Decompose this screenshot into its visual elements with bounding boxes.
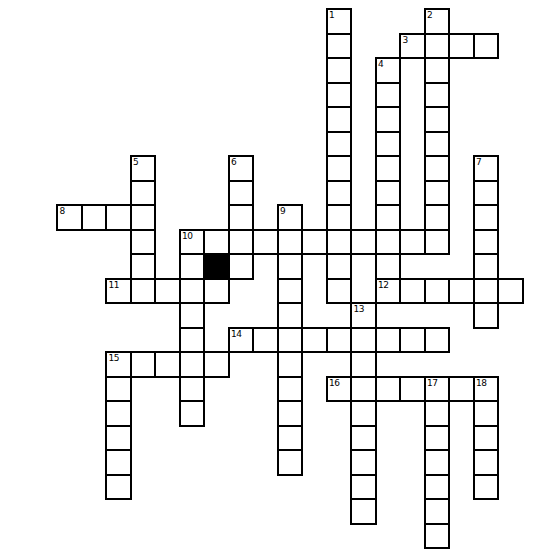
cell[interactable] [130, 253, 157, 280]
cell[interactable] [424, 400, 451, 427]
cell[interactable] [424, 57, 451, 84]
clue-number: 3 [403, 35, 408, 46]
cell[interactable] [130, 351, 157, 378]
clue-number: 16 [329, 378, 339, 389]
cell[interactable] [350, 425, 377, 452]
cell[interactable] [473, 400, 500, 427]
cell[interactable]: 6 [228, 155, 255, 182]
clue-number: 17 [427, 378, 437, 389]
cell[interactable] [350, 229, 377, 256]
cell[interactable]: 9 [277, 204, 304, 231]
cell[interactable] [179, 327, 206, 354]
cell[interactable] [203, 278, 230, 305]
cell[interactable] [326, 253, 353, 280]
cell[interactable] [424, 449, 451, 476]
cell[interactable] [350, 351, 377, 378]
cell[interactable] [375, 106, 402, 133]
cell[interactable] [277, 302, 304, 329]
clue-number: 14 [231, 329, 241, 340]
cell[interactable] [375, 155, 402, 182]
cell[interactable] [448, 33, 475, 60]
cell[interactable] [424, 425, 451, 452]
cell[interactable] [399, 327, 426, 354]
cell[interactable]: 16 [326, 376, 353, 403]
cell[interactable] [179, 253, 206, 280]
cell[interactable] [326, 106, 353, 133]
cell[interactable]: 2 [424, 8, 451, 35]
cell[interactable] [375, 253, 402, 280]
cell[interactable] [473, 33, 500, 60]
cell[interactable] [424, 498, 451, 525]
clue-number: 11 [109, 280, 119, 291]
cell[interactable] [277, 400, 304, 427]
cell[interactable] [424, 82, 451, 109]
cell[interactable] [375, 82, 402, 109]
cell[interactable]: 11 [105, 278, 132, 305]
cell[interactable] [473, 180, 500, 207]
cell[interactable] [350, 327, 377, 354]
cell[interactable] [448, 376, 475, 403]
cell[interactable] [375, 229, 402, 256]
cell[interactable] [473, 204, 500, 231]
cell[interactable] [277, 425, 304, 452]
cell[interactable]: 3 [399, 33, 426, 60]
cell[interactable]: 5 [130, 155, 157, 182]
cell[interactable] [228, 229, 255, 256]
cell[interactable] [497, 278, 524, 305]
clue-number: 13 [354, 304, 364, 315]
cell[interactable] [179, 376, 206, 403]
cell[interactable] [473, 278, 500, 305]
cell[interactable] [252, 327, 279, 354]
clue-number: 2 [427, 10, 432, 21]
cell[interactable] [130, 278, 157, 305]
cell[interactable] [130, 204, 157, 231]
cell[interactable] [350, 376, 377, 403]
cell[interactable] [301, 327, 328, 354]
cell[interactable] [179, 278, 206, 305]
cell[interactable] [326, 229, 353, 256]
cell[interactable] [424, 155, 451, 182]
cell[interactable] [375, 131, 402, 158]
cell[interactable] [424, 204, 451, 231]
clue-number: 5 [133, 157, 138, 168]
cell[interactable]: 8 [56, 204, 83, 231]
cell[interactable]: 18 [473, 376, 500, 403]
cell[interactable] [375, 327, 402, 354]
cell[interactable] [375, 180, 402, 207]
cell[interactable] [203, 351, 230, 378]
cell[interactable] [424, 474, 451, 501]
clue-number: 6 [231, 157, 236, 168]
cell[interactable] [350, 400, 377, 427]
cell[interactable] [424, 131, 451, 158]
cell[interactable] [130, 229, 157, 256]
cell[interactable] [105, 400, 132, 427]
cell[interactable] [105, 204, 132, 231]
cell[interactable] [326, 57, 353, 84]
cell[interactable] [277, 351, 304, 378]
cell[interactable] [473, 229, 500, 256]
cell[interactable] [277, 253, 304, 280]
cell[interactable] [473, 425, 500, 452]
clue-number: 8 [60, 206, 65, 217]
cell[interactable] [326, 204, 353, 231]
cell[interactable] [228, 253, 255, 280]
clue-number: 4 [378, 59, 383, 70]
cell[interactable] [326, 131, 353, 158]
cell[interactable] [424, 278, 451, 305]
cell[interactable] [350, 498, 377, 525]
cell[interactable] [105, 376, 132, 403]
cell[interactable]: 15 [105, 351, 132, 378]
cell[interactable] [105, 449, 132, 476]
cell[interactable] [105, 474, 132, 501]
cell[interactable] [277, 327, 304, 354]
cell[interactable]: 14 [228, 327, 255, 354]
cell[interactable] [228, 204, 255, 231]
clue-number: 9 [280, 206, 285, 217]
crossword-grid: 123456789101112131415161718 [0, 0, 540, 555]
cell[interactable] [326, 327, 353, 354]
cell[interactable] [448, 278, 475, 305]
clue-number: 12 [378, 280, 388, 291]
cell[interactable] [179, 302, 206, 329]
cell[interactable] [277, 449, 304, 476]
cell[interactable] [326, 82, 353, 109]
cell[interactable] [399, 229, 426, 256]
cell[interactable] [154, 351, 181, 378]
cell[interactable] [228, 180, 255, 207]
cell[interactable] [473, 474, 500, 501]
cell[interactable] [424, 327, 451, 354]
cell[interactable] [350, 474, 377, 501]
clue-number: 1 [329, 10, 334, 21]
cell[interactable] [301, 229, 328, 256]
cell[interactable]: 12 [375, 278, 402, 305]
cell[interactable] [326, 278, 353, 305]
cell[interactable] [399, 278, 426, 305]
cell[interactable] [326, 155, 353, 182]
cell[interactable] [375, 204, 402, 231]
cell[interactable] [375, 376, 402, 403]
cell[interactable] [277, 376, 304, 403]
cell[interactable] [473, 302, 500, 329]
cell[interactable] [399, 376, 426, 403]
cell[interactable] [424, 229, 451, 256]
cell[interactable] [424, 180, 451, 207]
cell[interactable] [326, 33, 353, 60]
cell[interactable] [473, 449, 500, 476]
cell[interactable]: 1 [326, 8, 353, 35]
cell[interactable]: 13 [350, 302, 377, 329]
cell[interactable]: 10 [179, 229, 206, 256]
cell[interactable]: 4 [375, 57, 402, 84]
crossword-page: 123456789101112131415161718 [0, 0, 540, 555]
cell[interactable] [252, 229, 279, 256]
black-cell [203, 253, 230, 280]
cell[interactable] [326, 180, 353, 207]
cell[interactable] [350, 449, 377, 476]
cell[interactable] [81, 204, 108, 231]
cell[interactable] [179, 400, 206, 427]
cell[interactable] [154, 278, 181, 305]
cell[interactable] [424, 106, 451, 133]
cell[interactable] [473, 253, 500, 280]
cell[interactable] [277, 229, 304, 256]
cell[interactable]: 7 [473, 155, 500, 182]
cell[interactable] [179, 351, 206, 378]
cell[interactable]: 17 [424, 376, 451, 403]
cell[interactable] [277, 278, 304, 305]
cell[interactable] [424, 523, 451, 550]
cell[interactable] [203, 229, 230, 256]
clue-number: 10 [182, 231, 192, 242]
clue-number: 7 [476, 157, 481, 168]
clue-number: 15 [109, 353, 119, 364]
cell[interactable] [105, 425, 132, 452]
clue-number: 18 [476, 378, 486, 389]
cell[interactable] [130, 180, 157, 207]
cell[interactable] [424, 33, 451, 60]
